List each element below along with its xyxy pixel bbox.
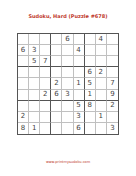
cell-r2c4 [51, 45, 62, 56]
cell-r1c2 [29, 34, 40, 45]
cell-r2c9 [107, 45, 118, 56]
cell-r7c5 [62, 101, 73, 112]
puzzle-page: Sudoku, Hard (Puzzle #678) 6463457622157… [0, 0, 136, 176]
cell-r3c3: 7 [40, 56, 51, 67]
cell-r8c6: 3 [74, 112, 85, 123]
cell-r2c7 [85, 45, 96, 56]
cell-r1c4 [51, 34, 62, 45]
cell-r3c4 [51, 56, 62, 67]
cell-r2c2: 3 [29, 45, 40, 56]
cell-r8c1: 2 [18, 112, 29, 123]
cell-r4c5 [62, 67, 73, 78]
cell-r4c1 [18, 67, 29, 78]
cell-r1c7 [85, 34, 96, 45]
cell-r3c6 [74, 56, 85, 67]
cell-r9c8 [96, 123, 107, 134]
cell-r2c8 [96, 45, 107, 56]
cell-r3c1 [18, 56, 29, 67]
footer-url: www.printmysudoku.com [0, 160, 136, 164]
cell-r1c9 [107, 34, 118, 45]
cell-r3c2: 5 [29, 56, 40, 67]
cell-r6c3: 2 [40, 90, 51, 101]
cell-r6c2 [29, 90, 40, 101]
cell-r9c6: 6 [74, 123, 85, 134]
cell-r2c3 [40, 45, 51, 56]
cell-r1c3 [40, 34, 51, 45]
cell-r7c1 [18, 101, 29, 112]
cell-r9c9: 3 [107, 123, 118, 134]
cell-r9c3 [40, 123, 51, 134]
cell-r6c4: 6 [51, 90, 62, 101]
cell-r9c2: 1 [29, 123, 40, 134]
cell-r3c7 [85, 56, 96, 67]
cell-r6c8 [96, 90, 107, 101]
cell-r6c9: 9 [107, 90, 118, 101]
cell-r3c5 [62, 56, 73, 67]
cell-r8c5 [62, 112, 73, 123]
cell-r2c6: 4 [74, 45, 85, 56]
cell-r4c8: 2 [96, 67, 107, 78]
cell-r7c7: 8 [85, 101, 96, 112]
cell-r8c4 [51, 112, 62, 123]
cell-r5c7: 5 [85, 78, 96, 89]
cell-r9c7 [85, 123, 96, 134]
cell-r4c9 [107, 67, 118, 78]
cell-r8c7 [85, 112, 96, 123]
cell-r6c1 [18, 90, 29, 101]
cell-r4c6 [74, 67, 85, 78]
cell-r5c4: 2 [51, 78, 62, 89]
cell-r5c3 [40, 78, 51, 89]
cell-r7c4 [51, 101, 62, 112]
cell-r1c5: 6 [62, 34, 73, 45]
cell-r7c9: 2 [107, 101, 118, 112]
cell-r9c5 [62, 123, 73, 134]
cell-r9c4 [51, 123, 62, 134]
cell-r5c9: 7 [107, 78, 118, 89]
cell-r8c3 [40, 112, 51, 123]
cell-r5c5 [62, 78, 73, 89]
cell-r1c1 [18, 34, 29, 45]
sudoku-board: 6463457622157263195822318163 [17, 33, 119, 135]
cell-r2c5 [62, 45, 73, 56]
cell-r8c2 [29, 112, 40, 123]
puzzle-title: Sudoku, Hard (Puzzle #678) [0, 13, 136, 19]
cell-r4c2 [29, 67, 40, 78]
cell-r7c6: 5 [74, 101, 85, 112]
cell-r5c6: 1 [74, 78, 85, 89]
cell-r7c8 [96, 101, 107, 112]
cell-r7c3 [40, 101, 51, 112]
cell-r6c7: 1 [85, 90, 96, 101]
cell-r6c6 [74, 90, 85, 101]
cell-r3c8 [96, 56, 107, 67]
cell-r9c1: 8 [18, 123, 29, 134]
cell-r2c1: 6 [18, 45, 29, 56]
cell-r1c6 [74, 34, 85, 45]
cell-r5c8 [96, 78, 107, 89]
cell-r7c2 [29, 101, 40, 112]
cell-r5c2 [29, 78, 40, 89]
cell-r5c1 [18, 78, 29, 89]
cell-r4c7: 6 [85, 67, 96, 78]
cell-r8c8: 1 [96, 112, 107, 123]
cell-r3c9 [107, 56, 118, 67]
cell-r1c8: 4 [96, 34, 107, 45]
cell-r4c4 [51, 67, 62, 78]
cell-r8c9 [107, 112, 118, 123]
cell-r6c5: 3 [62, 90, 73, 101]
cell-r4c3 [40, 67, 51, 78]
